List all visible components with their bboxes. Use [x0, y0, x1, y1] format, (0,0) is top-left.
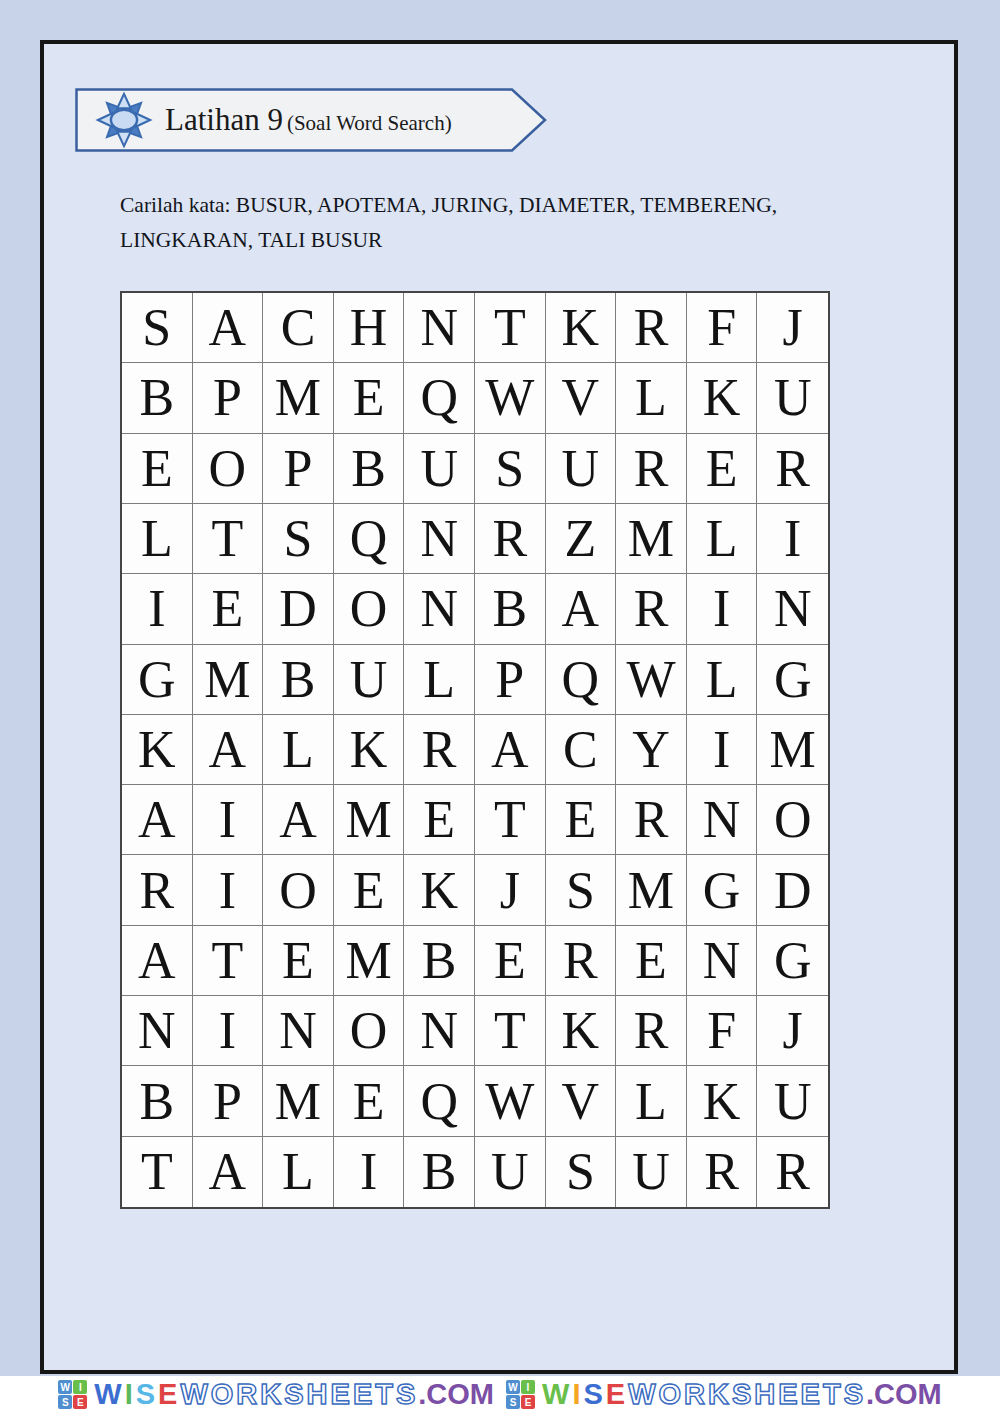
grid-cell[interactable]: M [757, 715, 828, 785]
grid-cell[interactable]: R [757, 434, 828, 504]
grid-cell[interactable]: M [193, 645, 264, 715]
watermark-letter: E [331, 1380, 350, 1409]
grid-cell[interactable]: O [334, 574, 405, 644]
grid-cell[interactable]: J [757, 293, 828, 363]
grid-cell[interactable]: N [122, 996, 193, 1066]
grid-cell[interactable]: E [687, 434, 758, 504]
grid-cell[interactable]: T [122, 1137, 193, 1207]
watermark-letter: K [260, 1380, 281, 1409]
grid-cell[interactable]: B [475, 574, 546, 644]
watermark-letter: R [684, 1380, 705, 1409]
word-search-grid: SACHNTKRFJBPMEQWVLKUEOPBUSURERLTSQNRZMLI… [120, 291, 830, 1209]
watermark-letter: I [125, 1380, 133, 1409]
grid-cell[interactable]: O [193, 434, 264, 504]
grid-cell[interactable]: M [334, 926, 405, 996]
watermark-letter: K [708, 1380, 729, 1409]
logo-tile: E [73, 1395, 87, 1409]
grid-cell[interactable]: I [687, 715, 758, 785]
watermark-letter: S [396, 1380, 415, 1409]
grid-cell[interactable]: I [334, 1137, 405, 1207]
grid-cell[interactable]: L [263, 715, 334, 785]
grid-cell[interactable]: B [122, 1066, 193, 1136]
grid-cell[interactable]: M [263, 363, 334, 433]
grid-cell[interactable]: T [475, 996, 546, 1066]
grid-cell[interactable]: P [263, 434, 334, 504]
watermark-letter: H [307, 1380, 328, 1409]
grid-cell[interactable]: E [546, 785, 617, 855]
watermark-letter: E [158, 1380, 177, 1409]
logo-tile: W [58, 1380, 72, 1394]
instruction-line-2: LINGKARAN, TALI BUSUR [120, 223, 880, 258]
watermark-letter: O [211, 1380, 234, 1409]
grid-cell[interactable]: B [334, 434, 405, 504]
watermark-letter: R [236, 1380, 257, 1409]
grid-cell[interactable]: A [122, 785, 193, 855]
instruction-text: Carilah kata: BUSUR, APOTEMA, JURING, DI… [120, 188, 880, 258]
instruction-line-1: Carilah kata: BUSUR, APOTEMA, JURING, DI… [120, 188, 880, 223]
grid-cell[interactable]: R [122, 855, 193, 925]
grid-cell[interactable]: U [616, 1137, 687, 1207]
grid-cell[interactable]: B [122, 363, 193, 433]
grid-cell[interactable]: T [193, 926, 264, 996]
grid-cell[interactable]: R [404, 715, 475, 785]
grid-cell[interactable]: H [334, 293, 405, 363]
grid-cell[interactable]: R [616, 434, 687, 504]
grid-cell[interactable]: R [757, 1137, 828, 1207]
grid-cell[interactable]: I [193, 785, 264, 855]
grid-cell[interactable]: Y [616, 715, 687, 785]
grid-cell[interactable]: E [263, 926, 334, 996]
grid-cell[interactable]: P [193, 363, 264, 433]
grid-cell[interactable]: E [334, 363, 405, 433]
grid-cell[interactable]: C [263, 293, 334, 363]
watermark-letter: S [732, 1380, 751, 1409]
watermark: WISEWISEWORKSHEETS.COMWISEWISEWORKSHEETS… [0, 1376, 1000, 1413]
exercise-subtitle: (Soal Word Search) [287, 111, 452, 135]
grid-cell[interactable]: W [475, 363, 546, 433]
grid-cell[interactable]: A [546, 574, 617, 644]
grid-cell[interactable]: V [546, 363, 617, 433]
grid-cell[interactable]: L [404, 645, 475, 715]
grid-cell[interactable]: U [475, 1137, 546, 1207]
grid-cell[interactable]: B [263, 645, 334, 715]
grid-cell[interactable]: S [546, 1137, 617, 1207]
watermark-letter: H [754, 1380, 775, 1409]
grid-cell[interactable]: Z [546, 504, 617, 574]
watermark-letter: T [823, 1380, 841, 1409]
grid-cell[interactable]: N [263, 996, 334, 1066]
grid-cell[interactable]: Q [404, 1066, 475, 1136]
grid-cell[interactable]: E [404, 785, 475, 855]
grid-cell[interactable]: A [475, 715, 546, 785]
grid-cell[interactable]: E [334, 855, 405, 925]
grid-cell[interactable]: I [687, 574, 758, 644]
watermark-instance: WISEWISEWORKSHEETS.COM [506, 1380, 942, 1409]
watermark-letter: W [94, 1380, 121, 1409]
grid-cell[interactable]: F [687, 293, 758, 363]
wiseworksheets-logo-icon: WISE [58, 1380, 87, 1409]
grid-cell[interactable]: L [687, 645, 758, 715]
grid-cell[interactable]: P [475, 645, 546, 715]
watermark-letter: W [180, 1380, 207, 1409]
wiseworksheets-logo-icon: WISE [506, 1380, 535, 1409]
watermark-letter: W [542, 1380, 569, 1409]
grid-cell[interactable]: L [616, 363, 687, 433]
grid-cell[interactable]: F [687, 996, 758, 1066]
grid-cell[interactable]: T [475, 293, 546, 363]
grid-cell[interactable]: E [122, 434, 193, 504]
grid-cell[interactable]: R [616, 785, 687, 855]
grid-cell[interactable]: I [122, 574, 193, 644]
watermark-letter: W [628, 1380, 655, 1409]
grid-cell[interactable]: A [122, 926, 193, 996]
logo-tile: S [58, 1395, 72, 1409]
grid-cell[interactable]: O [263, 855, 334, 925]
grid-cell[interactable]: D [263, 574, 334, 644]
grid-cell[interactable]: C [546, 715, 617, 785]
watermark-tld: .COM [866, 1380, 942, 1409]
grid-cell[interactable]: O [757, 785, 828, 855]
grid-cell[interactable]: A [193, 293, 264, 363]
watermark-tld: .COM [418, 1380, 494, 1409]
sun-icon [95, 91, 153, 149]
grid-cell[interactable]: G [687, 855, 758, 925]
grid-cell[interactable]: M [616, 855, 687, 925]
worksheet-page: Latihan 9 (Soal Word Search) Carilah kat… [0, 0, 1000, 1413]
grid-cell[interactable]: U [757, 363, 828, 433]
grid-cell[interactable]: I [757, 504, 828, 574]
grid-cell[interactable]: S [263, 504, 334, 574]
grid-cell[interactable]: M [334, 785, 405, 855]
watermark-instance: WISEWISEWORKSHEETS.COM [58, 1380, 494, 1409]
logo-tile: W [506, 1380, 520, 1394]
grid-cell[interactable]: N [687, 926, 758, 996]
grid-cell[interactable]: Q [404, 363, 475, 433]
grid-cell[interactable]: B [404, 1137, 475, 1207]
grid-cell[interactable]: U [334, 645, 405, 715]
grid-cell[interactable]: K [122, 715, 193, 785]
grid-cell[interactable]: K [334, 715, 405, 785]
grid-cell[interactable]: N [404, 504, 475, 574]
watermark-letter: O [659, 1380, 682, 1409]
watermark-letter: T [375, 1380, 393, 1409]
grid-cell[interactable]: U [546, 434, 617, 504]
grid-cell[interactable]: R [616, 293, 687, 363]
grid-cell[interactable]: P [193, 1066, 264, 1136]
watermark-letter: I [572, 1380, 580, 1409]
grid-cell[interactable]: R [475, 504, 546, 574]
grid-cell[interactable]: L [687, 504, 758, 574]
grid-cell[interactable]: K [404, 855, 475, 925]
watermark-letter: E [778, 1380, 797, 1409]
grid-cell[interactable]: M [263, 1066, 334, 1136]
grid-cell[interactable]: G [122, 645, 193, 715]
grid-cell[interactable]: E [334, 1066, 405, 1136]
grid-cell[interactable]: T [475, 785, 546, 855]
grid-cell[interactable]: N [687, 785, 758, 855]
grid-cell[interactable]: N [404, 293, 475, 363]
grid-cell[interactable]: E [616, 926, 687, 996]
logo-tile: I [521, 1380, 535, 1394]
watermark-letter: S [136, 1380, 155, 1409]
grid-cell[interactable]: O [334, 996, 405, 1066]
grid-cell[interactable]: S [546, 855, 617, 925]
grid-cell[interactable]: L [616, 1066, 687, 1136]
grid-cell[interactable]: R [616, 996, 687, 1066]
grid-cell[interactable]: K [687, 363, 758, 433]
watermark-letter: S [844, 1380, 863, 1409]
watermark-letter: E [606, 1380, 625, 1409]
grid-cell[interactable]: A [193, 715, 264, 785]
grid-cell[interactable]: W [616, 645, 687, 715]
grid-cell[interactable]: J [757, 996, 828, 1066]
grid-cell[interactable]: E [193, 574, 264, 644]
logo-tile: E [521, 1395, 535, 1409]
exercise-title: Latihan 9 [165, 102, 283, 137]
grid-cell[interactable]: I [193, 996, 264, 1066]
grid-cell[interactable]: S [475, 434, 546, 504]
grid-cell[interactable]: L [122, 504, 193, 574]
grid-cell[interactable]: Q [546, 645, 617, 715]
grid-cell[interactable]: V [546, 1066, 617, 1136]
grid-cell[interactable]: R [546, 926, 617, 996]
grid-cell[interactable]: U [757, 1066, 828, 1136]
grid-cell[interactable]: N [757, 574, 828, 644]
grid-cell[interactable]: S [122, 293, 193, 363]
grid-cell[interactable]: K [546, 996, 617, 1066]
grid-cell[interactable]: R [687, 1137, 758, 1207]
grid-cell[interactable]: E [475, 926, 546, 996]
grid-cell[interactable]: G [757, 926, 828, 996]
grid-cell[interactable]: L [263, 1137, 334, 1207]
grid-cell[interactable]: U [404, 434, 475, 504]
watermark-letter: S [583, 1380, 602, 1409]
grid-cell[interactable]: A [193, 1137, 264, 1207]
exercise-banner: Latihan 9 (Soal Word Search) [75, 88, 547, 152]
grid-cell[interactable]: Q [334, 504, 405, 574]
watermark-letter: E [353, 1380, 372, 1409]
grid-cell[interactable]: N [404, 574, 475, 644]
logo-tile: S [506, 1395, 520, 1409]
grid-cell[interactable]: K [546, 293, 617, 363]
grid-cell[interactable]: M [616, 504, 687, 574]
grid-cell[interactable]: A [263, 785, 334, 855]
grid-cell[interactable]: K [687, 1066, 758, 1136]
watermark-letter: S [284, 1380, 303, 1409]
grid-cell[interactable]: W [475, 1066, 546, 1136]
grid-cell[interactable]: N [404, 996, 475, 1066]
logo-tile: I [73, 1380, 87, 1394]
grid-cell[interactable]: R [616, 574, 687, 644]
grid-cell[interactable]: G [757, 645, 828, 715]
grid-cell[interactable]: B [404, 926, 475, 996]
grid-cell[interactable]: I [193, 855, 264, 925]
watermark-letter: E [801, 1380, 820, 1409]
grid-cell[interactable]: T [193, 504, 264, 574]
grid-cell[interactable]: J [475, 855, 546, 925]
grid-cell[interactable]: D [757, 855, 828, 925]
